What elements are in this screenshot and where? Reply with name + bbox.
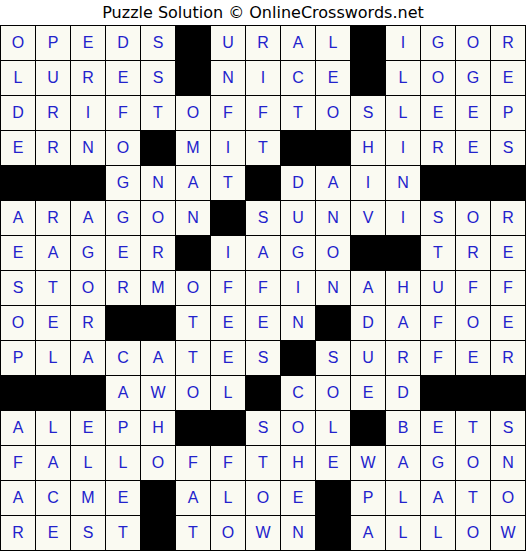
- block-cell: [246, 376, 280, 410]
- grid-cell: E: [71, 411, 105, 445]
- grid-cell: N: [71, 131, 105, 165]
- grid-cell: R: [491, 201, 525, 235]
- grid-cell: E: [491, 61, 525, 95]
- grid-cell: O: [456, 201, 490, 235]
- grid-cell: I: [281, 271, 315, 305]
- grid-cell: E: [36, 516, 70, 550]
- grid-cell: R: [386, 341, 420, 375]
- grid-cell: T: [106, 516, 140, 550]
- grid-cell: A: [316, 166, 350, 200]
- block-cell: [141, 131, 175, 165]
- grid-cell: I: [211, 236, 245, 270]
- block-cell: [281, 341, 315, 375]
- block-cell: [211, 201, 245, 235]
- grid-cell: T: [176, 341, 210, 375]
- grid-cell: G: [421, 446, 455, 480]
- grid-cell: G: [106, 201, 140, 235]
- grid-cell: H: [386, 271, 420, 305]
- block-cell: [316, 306, 350, 340]
- block-cell: [71, 166, 105, 200]
- grid-cell: A: [141, 341, 175, 375]
- grid-cell: A: [421, 481, 455, 515]
- grid-cell: T: [456, 481, 490, 515]
- grid-cell: R: [36, 131, 70, 165]
- grid-cell: R: [456, 236, 490, 270]
- grid-cell: C: [106, 341, 140, 375]
- grid-cell: D: [351, 306, 385, 340]
- grid-cell: F: [421, 306, 455, 340]
- grid-cell: T: [211, 166, 245, 200]
- grid-cell: E: [71, 26, 105, 60]
- grid-cell: L: [1, 61, 35, 95]
- grid-cell: H: [281, 446, 315, 480]
- grid-cell: D: [106, 26, 140, 60]
- grid-cell: N: [316, 271, 350, 305]
- grid-cell: S: [491, 411, 525, 445]
- grid-cell: O: [176, 271, 210, 305]
- grid-cell: R: [71, 306, 105, 340]
- block-cell: [281, 131, 315, 165]
- grid-cell: S: [421, 201, 455, 235]
- grid-cell: L: [386, 61, 420, 95]
- grid-cell: T: [141, 96, 175, 130]
- grid-cell: R: [36, 96, 70, 130]
- grid-cell: I: [246, 61, 280, 95]
- grid-cell: A: [1, 201, 35, 235]
- grid-cell: I: [386, 201, 420, 235]
- grid-cell: C: [281, 376, 315, 410]
- grid-cell: W: [246, 516, 280, 550]
- grid-cell: S: [246, 341, 280, 375]
- grid-cell: G: [71, 236, 105, 270]
- grid-cell: E: [106, 481, 140, 515]
- grid-cell: L: [316, 26, 350, 60]
- grid-cell: O: [1, 306, 35, 340]
- grid-cell: A: [71, 341, 105, 375]
- grid-cell: S: [316, 341, 350, 375]
- block-cell: [176, 26, 210, 60]
- grid-cell: I: [386, 131, 420, 165]
- grid-cell: T: [456, 411, 490, 445]
- grid-cell: P: [1, 341, 35, 375]
- grid-cell: W: [141, 376, 175, 410]
- grid-cell: H: [141, 411, 175, 445]
- grid-cell: O: [211, 516, 245, 550]
- grid-cell: A: [36, 236, 70, 270]
- grid-cell: R: [36, 201, 70, 235]
- grid-cell: A: [1, 481, 35, 515]
- grid-cell: O: [456, 446, 490, 480]
- grid-cell: G: [456, 61, 490, 95]
- block-cell: [351, 26, 385, 60]
- grid-cell: I: [351, 166, 385, 200]
- grid-cell: C: [281, 61, 315, 95]
- block-cell: [316, 131, 350, 165]
- grid-cell: A: [36, 446, 70, 480]
- block-cell: [176, 236, 210, 270]
- grid-cell: L: [386, 96, 420, 130]
- grid-cell: L: [36, 411, 70, 445]
- grid-cell: F: [106, 96, 140, 130]
- grid-cell: E: [106, 61, 140, 95]
- block-cell: [491, 376, 525, 410]
- grid-cell: T: [246, 131, 280, 165]
- grid-cell: I: [71, 96, 105, 130]
- grid-cell: P: [351, 481, 385, 515]
- block-cell: [36, 166, 70, 200]
- grid-cell: W: [351, 446, 385, 480]
- grid-cell: I: [211, 131, 245, 165]
- grid-cell: E: [316, 446, 350, 480]
- grid-cell: A: [386, 306, 420, 340]
- grid-cell: N: [141, 166, 175, 200]
- grid-cell: U: [351, 341, 385, 375]
- grid-cell: T: [36, 271, 70, 305]
- grid-cell: M: [176, 131, 210, 165]
- grid-cell: L: [211, 481, 245, 515]
- grid-cell: U: [211, 26, 245, 60]
- grid-cell: R: [491, 341, 525, 375]
- grid-cell: F: [1, 446, 35, 480]
- grid-cell: L: [421, 516, 455, 550]
- grid-cell: L: [316, 411, 350, 445]
- block-cell: [176, 61, 210, 95]
- grid-cell: F: [211, 96, 245, 130]
- grid-cell: S: [141, 61, 175, 95]
- grid-cell: R: [491, 26, 525, 60]
- grid-cell: N: [281, 516, 315, 550]
- grid-cell: S: [351, 96, 385, 130]
- grid-cell: E: [456, 131, 490, 165]
- grid-cell: A: [1, 411, 35, 445]
- grid-cell: G: [421, 26, 455, 60]
- block-cell: [351, 61, 385, 95]
- block-cell: [141, 481, 175, 515]
- grid-cell: E: [491, 236, 525, 270]
- grid-cell: S: [141, 26, 175, 60]
- grid-cell: O: [421, 61, 455, 95]
- page-title: Puzzle Solution © OnlineCrosswords.net: [0, 0, 526, 25]
- grid-cell: A: [351, 271, 385, 305]
- grid-cell: P: [491, 96, 525, 130]
- grid-cell: L: [71, 446, 105, 480]
- grid-cell: F: [456, 271, 490, 305]
- grid-cell: E: [421, 96, 455, 130]
- grid-cell: A: [246, 236, 280, 270]
- grid-cell: S: [491, 131, 525, 165]
- grid-cell: M: [71, 481, 105, 515]
- grid-cell: O: [106, 131, 140, 165]
- block-cell: [246, 166, 280, 200]
- grid-cell: F: [246, 96, 280, 130]
- grid-cell: T: [176, 306, 210, 340]
- block-cell: [106, 306, 140, 340]
- grid-cell: A: [176, 481, 210, 515]
- block-cell: [351, 236, 385, 270]
- grid-cell: A: [281, 26, 315, 60]
- grid-cell: A: [386, 446, 420, 480]
- grid-cell: O: [1, 26, 35, 60]
- block-cell: [351, 411, 385, 445]
- grid-cell: A: [71, 201, 105, 235]
- block-cell: [386, 236, 420, 270]
- grid-cell: B: [386, 411, 420, 445]
- grid-cell: H: [351, 131, 385, 165]
- grid-cell: O: [281, 411, 315, 445]
- block-cell: [491, 166, 525, 200]
- grid-cell: D: [281, 166, 315, 200]
- grid-cell: E: [491, 306, 525, 340]
- block-cell: [421, 166, 455, 200]
- grid-cell: O: [141, 201, 175, 235]
- block-cell: [141, 516, 175, 550]
- grid-cell: O: [316, 376, 350, 410]
- grid-cell: F: [211, 271, 245, 305]
- grid-cell: R: [106, 271, 140, 305]
- grid-cell: E: [281, 481, 315, 515]
- grid-cell: L: [106, 446, 140, 480]
- grid-cell: L: [211, 376, 245, 410]
- grid-cell: E: [36, 306, 70, 340]
- grid-cell: V: [351, 201, 385, 235]
- grid-cell: T: [176, 516, 210, 550]
- grid-cell: E: [456, 341, 490, 375]
- grid-cell: S: [246, 201, 280, 235]
- grid-cell: E: [351, 376, 385, 410]
- grid-cell: O: [456, 26, 490, 60]
- grid-cell: P: [36, 26, 70, 60]
- grid-cell: O: [141, 446, 175, 480]
- grid-cell: E: [106, 236, 140, 270]
- block-cell: [141, 306, 175, 340]
- grid-cell: D: [1, 96, 35, 130]
- grid-cell: O: [491, 481, 525, 515]
- grid-cell: E: [421, 411, 455, 445]
- grid-cell: R: [421, 131, 455, 165]
- block-cell: [456, 166, 490, 200]
- grid-cell: N: [386, 166, 420, 200]
- grid-cell: P: [106, 411, 140, 445]
- grid-cell: E: [316, 61, 350, 95]
- grid-cell: S: [71, 516, 105, 550]
- grid-cell: D: [386, 376, 420, 410]
- grid-cell: N: [211, 61, 245, 95]
- grid-cell: C: [36, 481, 70, 515]
- block-cell: [211, 411, 245, 445]
- grid-cell: G: [106, 166, 140, 200]
- grid-cell: T: [281, 96, 315, 130]
- crossword-grid: OPEDSURALIGORLURESNICELOGEDRIFTOFFTOSLEE…: [0, 25, 526, 551]
- block-cell: [176, 411, 210, 445]
- block-cell: [316, 516, 350, 550]
- grid-cell: R: [141, 236, 175, 270]
- grid-cell: O: [246, 481, 280, 515]
- grid-cell: R: [1, 516, 35, 550]
- grid-cell: N: [176, 201, 210, 235]
- grid-cell: A: [176, 166, 210, 200]
- block-cell: [36, 376, 70, 410]
- grid-cell: E: [246, 306, 280, 340]
- block-cell: [421, 376, 455, 410]
- grid-cell: L: [386, 481, 420, 515]
- grid-cell: F: [211, 446, 245, 480]
- grid-cell: A: [106, 376, 140, 410]
- grid-cell: O: [71, 271, 105, 305]
- block-cell: [316, 481, 350, 515]
- grid-cell: O: [316, 96, 350, 130]
- grid-cell: T: [421, 236, 455, 270]
- block-cell: [1, 376, 35, 410]
- grid-cell: O: [456, 306, 490, 340]
- grid-cell: U: [281, 201, 315, 235]
- grid-cell: R: [246, 26, 280, 60]
- grid-cell: E: [211, 306, 245, 340]
- grid-cell: M: [141, 271, 175, 305]
- grid-cell: F: [491, 271, 525, 305]
- grid-cell: W: [491, 516, 525, 550]
- grid-cell: N: [316, 201, 350, 235]
- grid-cell: S: [1, 271, 35, 305]
- grid-cell: F: [246, 271, 280, 305]
- grid-cell: R: [71, 61, 105, 95]
- grid-cell: E: [1, 131, 35, 165]
- grid-cell: O: [456, 516, 490, 550]
- block-cell: [71, 376, 105, 410]
- grid-cell: L: [36, 341, 70, 375]
- grid-cell: I: [386, 26, 420, 60]
- grid-cell: N: [491, 446, 525, 480]
- grid-cell: T: [246, 446, 280, 480]
- grid-cell: L: [386, 516, 420, 550]
- grid-cell: G: [281, 236, 315, 270]
- block-cell: [1, 166, 35, 200]
- grid-cell: O: [176, 376, 210, 410]
- grid-cell: E: [211, 341, 245, 375]
- grid-cell: U: [421, 271, 455, 305]
- grid-cell: O: [176, 96, 210, 130]
- grid-cell: A: [351, 516, 385, 550]
- grid-cell: F: [421, 341, 455, 375]
- grid-cell: F: [176, 446, 210, 480]
- block-cell: [456, 376, 490, 410]
- grid-cell: E: [1, 236, 35, 270]
- grid-cell: N: [281, 306, 315, 340]
- grid-cell: O: [316, 236, 350, 270]
- grid-cell: S: [246, 411, 280, 445]
- grid-cell: U: [36, 61, 70, 95]
- grid-cell: E: [456, 96, 490, 130]
